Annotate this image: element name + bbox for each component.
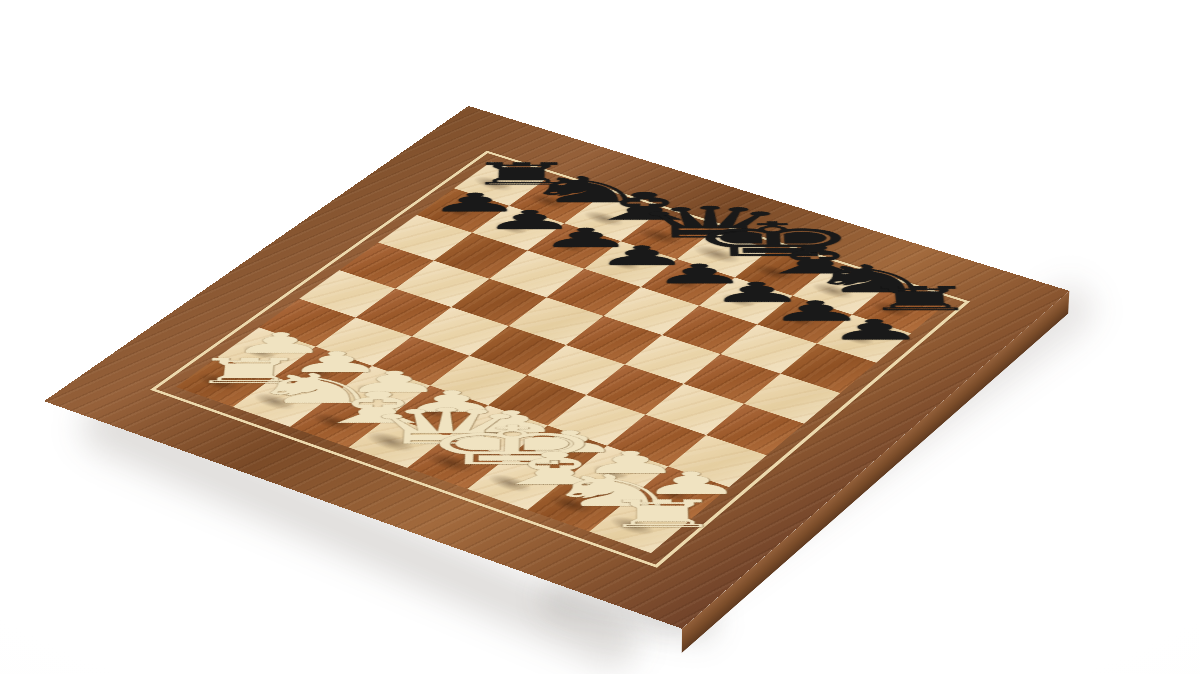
photo-stage: ♜♞♝♛♚♝♞♜♟♟♟♟♟♟♟♟♟♟♟♟♟♟♟♟♜♞♝♛♚♝♞♜ <box>0 0 1200 674</box>
chess-board: ♜♞♝♛♚♝♞♜♟♟♟♟♟♟♟♟♟♟♟♟♟♟♟♟♜♞♝♛♚♝♞♜ <box>44 106 1069 629</box>
piece-black-rook-h8[interactable]: ♜ <box>859 283 937 316</box>
piece-black-pawn-h7[interactable]: ♟ <box>824 316 902 344</box>
scene-3d: ♜♞♝♛♚♝♞♜♟♟♟♟♟♟♟♟♟♟♟♟♟♟♟♟♜♞♝♛♚♝♞♜ <box>0 0 1200 674</box>
